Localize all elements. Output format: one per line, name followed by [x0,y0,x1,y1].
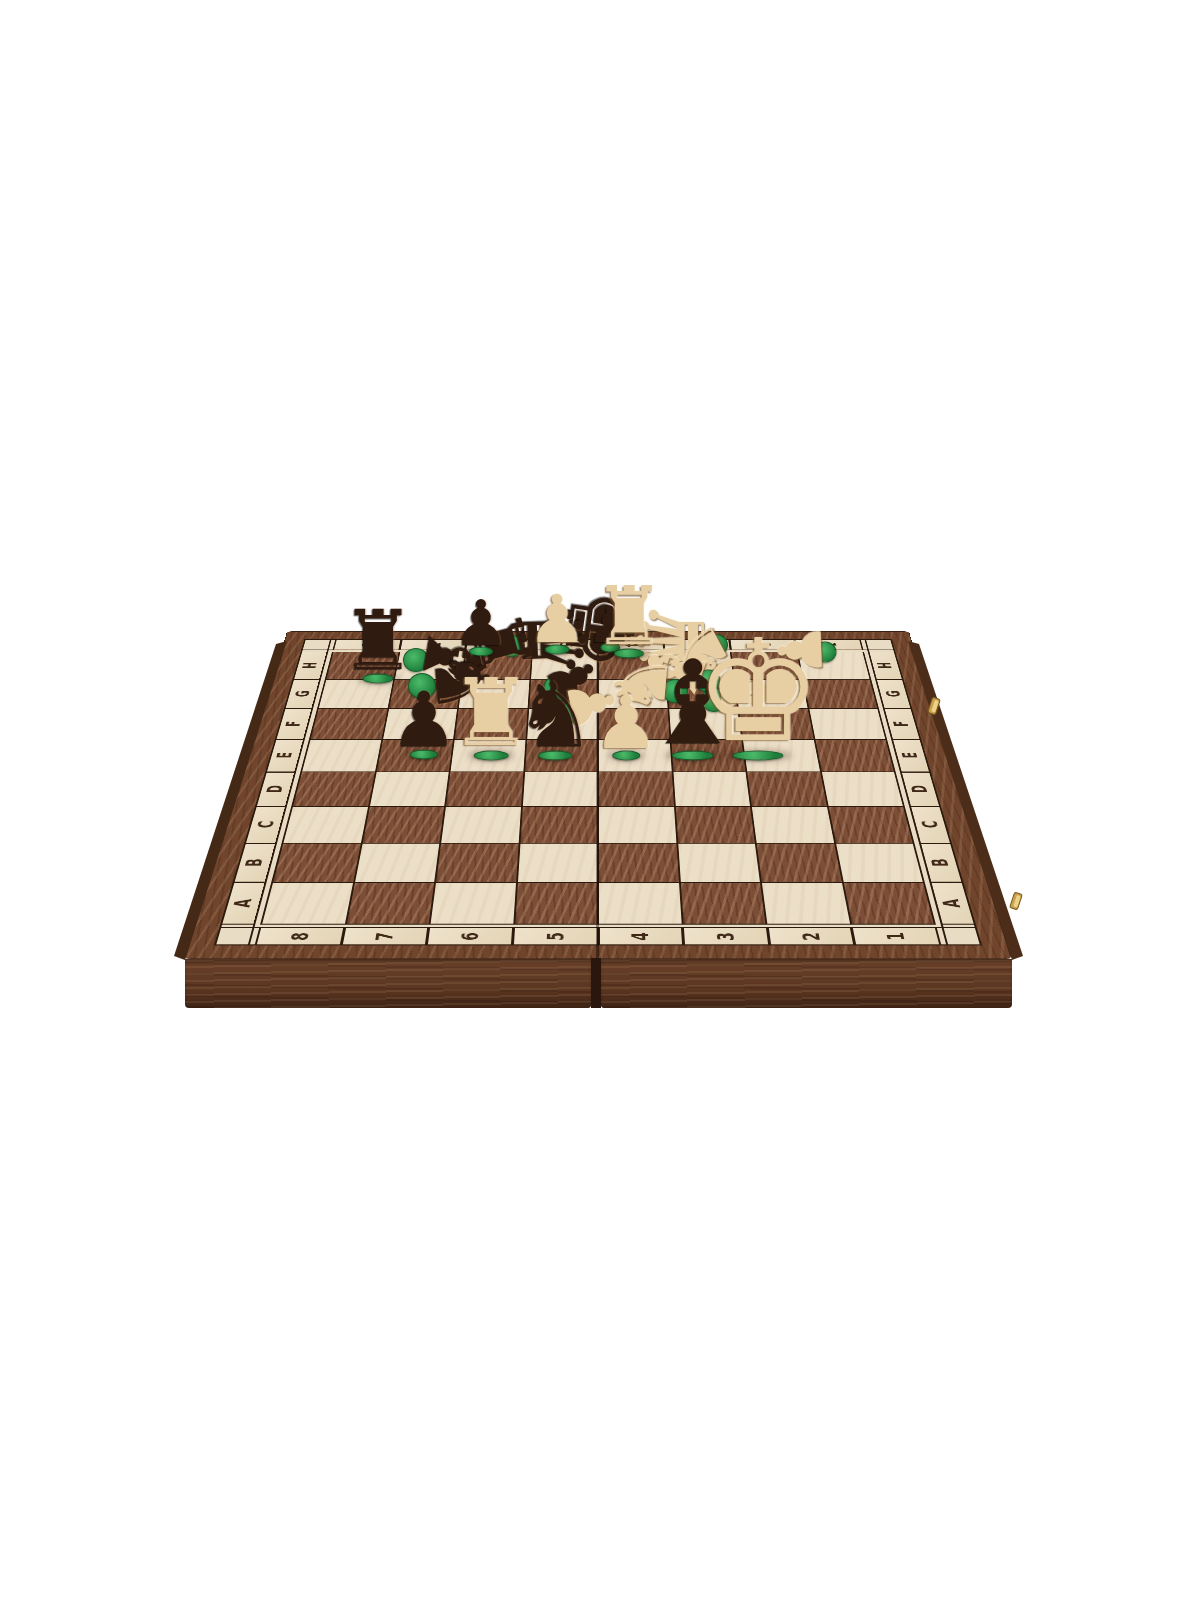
square-a4 [599,883,681,924]
square-b7 [355,844,440,882]
box-front-face-left [185,959,591,1008]
square-a6 [431,883,516,924]
pinstripe-crossing [221,925,253,928]
square-c7 [362,807,444,843]
square-d4 [599,772,674,806]
dark-knight-glyph: ♞ [514,669,596,760]
square-a5 [515,883,597,924]
rank-label-8: 8 [257,928,343,944]
square-c4 [599,807,676,843]
square-b1 [836,844,923,882]
brass-clasp [1010,892,1023,910]
light-pawn-glyph: ♟ [527,587,586,653]
dark-rook-glyph: ♜ [341,599,415,682]
square-d8 [293,772,374,806]
rank-label-4: 4 [599,928,682,944]
corner-cell [944,928,980,944]
square-c2 [752,807,834,843]
rank-label-2: 2 [769,928,854,944]
square-c6 [441,807,520,843]
square-d3 [673,772,750,806]
square-c5 [520,807,597,843]
square-b6 [436,844,518,882]
square-b3 [678,844,760,882]
rank-label-5: 5 [514,928,597,944]
square-d7 [370,772,449,806]
square-b5 [518,844,598,882]
corner-cell [303,640,330,650]
square-e1 [815,740,894,772]
rank-label-7: 7 [342,928,427,944]
square-d2 [747,772,826,806]
light-king-glyph: ♚ [695,621,821,762]
square-a3 [680,883,765,924]
square-d1 [822,772,903,806]
square-d6 [446,772,523,806]
square-c8 [283,807,367,843]
rank-label-6: 6 [428,928,512,944]
square-a8 [262,883,352,924]
square-b4 [599,844,679,882]
corner-cell [216,928,252,944]
square-e8 [302,740,381,772]
square-b8 [273,844,360,882]
rank-label-1: 1 [853,928,939,944]
square-c3 [675,807,754,843]
square-d5 [522,772,597,806]
pinstripe-crossing [943,925,975,928]
square-a7 [346,883,434,924]
product-photo: 87654321 87654321 HGFEDCBA HGFEDCBA ♚♛♛♜… [0,0,1200,1600]
box-front-face-right [601,959,1012,1008]
fold-gap [591,958,601,1008]
rank-label-3: 3 [684,928,768,944]
square-a1 [843,883,933,924]
square-b2 [757,844,842,882]
square-f8 [311,709,387,739]
square-a2 [762,883,850,924]
dark-pawn-glyph: ♟ [390,682,458,758]
square-c1 [828,807,912,843]
corner-cell [866,640,893,650]
